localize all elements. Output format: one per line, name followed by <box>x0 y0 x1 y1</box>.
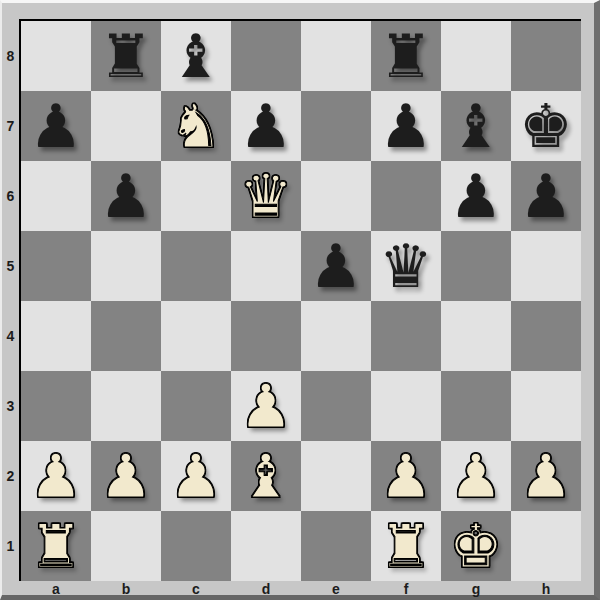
square-e4[interactable] <box>301 301 371 371</box>
piece-white-pawn-f2[interactable]: ♟ <box>371 441 441 511</box>
square-f6[interactable] <box>371 161 441 231</box>
square-a3[interactable] <box>21 371 91 441</box>
square-g6[interactable]: ♟ <box>441 161 511 231</box>
square-a6[interactable] <box>21 161 91 231</box>
square-f8[interactable]: ♜ <box>371 21 441 91</box>
square-e7[interactable] <box>301 91 371 161</box>
square-h2[interactable]: ♟ <box>511 441 581 511</box>
piece-black-bishop-c8[interactable]: ♝ <box>161 21 231 91</box>
piece-white-pawn-b2[interactable]: ♟ <box>91 441 161 511</box>
piece-white-pawn-d3[interactable]: ♟ <box>231 371 301 441</box>
square-a1[interactable]: ♜ <box>21 511 91 581</box>
rank-label-5: 5 <box>2 231 19 301</box>
piece-white-pawn-h2[interactable]: ♟ <box>511 441 581 511</box>
piece-black-pawn-g6[interactable]: ♟ <box>441 161 511 231</box>
piece-black-queen-f5[interactable]: ♛ <box>371 231 441 301</box>
file-label-a: a <box>21 581 91 597</box>
piece-white-knight-c7[interactable]: ♞ <box>161 91 231 161</box>
piece-black-pawn-a7[interactable]: ♟ <box>21 91 91 161</box>
rank-label-3: 3 <box>2 371 19 441</box>
piece-black-pawn-b6[interactable]: ♟ <box>91 161 161 231</box>
square-c2[interactable]: ♟ <box>161 441 231 511</box>
square-g8[interactable] <box>441 21 511 91</box>
square-c8[interactable]: ♝ <box>161 21 231 91</box>
square-d6[interactable]: ♛ <box>231 161 301 231</box>
file-label-g: g <box>441 581 511 597</box>
square-f2[interactable]: ♟ <box>371 441 441 511</box>
board: ♜♝♜♟♞♟♟♝♚♟♛♟♟♟♛♟♟♟♟♝♟♟♟♜♜♚ <box>19 19 581 581</box>
square-h3[interactable] <box>511 371 581 441</box>
square-b4[interactable] <box>91 301 161 371</box>
square-c7[interactable]: ♞ <box>161 91 231 161</box>
file-label-e: e <box>301 581 371 597</box>
piece-black-pawn-h6[interactable]: ♟ <box>511 161 581 231</box>
square-g4[interactable] <box>441 301 511 371</box>
piece-black-rook-b8[interactable]: ♜ <box>91 21 161 91</box>
square-f3[interactable] <box>371 371 441 441</box>
square-b3[interactable] <box>91 371 161 441</box>
piece-black-pawn-e5[interactable]: ♟ <box>301 231 371 301</box>
square-g3[interactable] <box>441 371 511 441</box>
rank-label-8: 8 <box>2 21 19 91</box>
square-d1[interactable] <box>231 511 301 581</box>
piece-black-pawn-f7[interactable]: ♟ <box>371 91 441 161</box>
square-e1[interactable] <box>301 511 371 581</box>
file-label-f: f <box>371 581 441 597</box>
square-h1[interactable] <box>511 511 581 581</box>
piece-white-rook-f1[interactable]: ♜ <box>371 511 441 581</box>
square-g2[interactable]: ♟ <box>441 441 511 511</box>
square-d4[interactable] <box>231 301 301 371</box>
square-g7[interactable]: ♝ <box>441 91 511 161</box>
square-b1[interactable] <box>91 511 161 581</box>
file-label-c: c <box>161 581 231 597</box>
square-e2[interactable] <box>301 441 371 511</box>
square-b2[interactable]: ♟ <box>91 441 161 511</box>
rank-label-4: 4 <box>2 301 19 371</box>
square-d2[interactable]: ♝ <box>231 441 301 511</box>
square-h5[interactable] <box>511 231 581 301</box>
rank-label-6: 6 <box>2 161 19 231</box>
square-f1[interactable]: ♜ <box>371 511 441 581</box>
square-h8[interactable] <box>511 21 581 91</box>
piece-black-king-h7[interactable]: ♚ <box>511 91 581 161</box>
square-g1[interactable]: ♚ <box>441 511 511 581</box>
square-f4[interactable] <box>371 301 441 371</box>
square-h7[interactable]: ♚ <box>511 91 581 161</box>
square-e3[interactable] <box>301 371 371 441</box>
square-d5[interactable] <box>231 231 301 301</box>
piece-white-king-g1[interactable]: ♚ <box>441 511 511 581</box>
square-b6[interactable]: ♟ <box>91 161 161 231</box>
square-a4[interactable] <box>21 301 91 371</box>
square-h6[interactable]: ♟ <box>511 161 581 231</box>
piece-white-pawn-g2[interactable]: ♟ <box>441 441 511 511</box>
piece-white-pawn-c2[interactable]: ♟ <box>161 441 231 511</box>
piece-white-bishop-d2[interactable]: ♝ <box>231 441 301 511</box>
square-b8[interactable]: ♜ <box>91 21 161 91</box>
square-a7[interactable]: ♟ <box>21 91 91 161</box>
piece-white-rook-a1[interactable]: ♜ <box>21 511 91 581</box>
square-d7[interactable]: ♟ <box>231 91 301 161</box>
square-e5[interactable]: ♟ <box>301 231 371 301</box>
file-label-d: d <box>231 581 301 597</box>
square-a8[interactable] <box>21 21 91 91</box>
square-c4[interactable] <box>161 301 231 371</box>
square-c3[interactable] <box>161 371 231 441</box>
rank-label-7: 7 <box>2 91 19 161</box>
square-c6[interactable] <box>161 161 231 231</box>
square-f5[interactable]: ♛ <box>371 231 441 301</box>
square-e6[interactable] <box>301 161 371 231</box>
file-label-b: b <box>91 581 161 597</box>
chess-diagram-frame: 87654321 ♜♝♜♟♞♟♟♝♚♟♛♟♟♟♛♟♟♟♟♝♟♟♟♜♜♚ abcd… <box>0 0 600 600</box>
piece-black-rook-f8[interactable]: ♜ <box>371 21 441 91</box>
square-h4[interactable] <box>511 301 581 371</box>
piece-black-pawn-d7[interactable]: ♟ <box>231 91 301 161</box>
square-b7[interactable] <box>91 91 161 161</box>
square-b5[interactable] <box>91 231 161 301</box>
piece-white-queen-d6[interactable]: ♛ <box>231 161 301 231</box>
square-d8[interactable] <box>231 21 301 91</box>
square-c5[interactable] <box>161 231 231 301</box>
file-labels: abcdefgh <box>21 581 581 597</box>
square-a2[interactable]: ♟ <box>21 441 91 511</box>
piece-black-bishop-g7[interactable]: ♝ <box>441 91 511 161</box>
rank-label-1: 1 <box>2 511 19 581</box>
square-d3[interactable]: ♟ <box>231 371 301 441</box>
piece-white-pawn-a2[interactable]: ♟ <box>21 441 91 511</box>
rank-label-2: 2 <box>2 441 19 511</box>
rank-labels: 87654321 <box>2 21 19 581</box>
square-f7[interactable]: ♟ <box>371 91 441 161</box>
square-a5[interactable] <box>21 231 91 301</box>
file-label-h: h <box>511 581 581 597</box>
square-e8[interactable] <box>301 21 371 91</box>
square-c1[interactable] <box>161 511 231 581</box>
square-g5[interactable] <box>441 231 511 301</box>
